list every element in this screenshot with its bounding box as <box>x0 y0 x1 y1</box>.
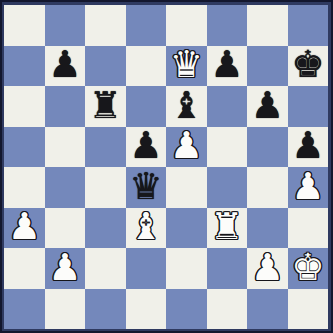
square-g4[interactable] <box>247 167 288 208</box>
square-d6[interactable] <box>126 86 167 127</box>
square-g3[interactable] <box>247 208 288 249</box>
square-a3[interactable]: ♟ <box>4 208 45 249</box>
square-a4[interactable] <box>4 167 45 208</box>
square-c8[interactable] <box>85 5 126 46</box>
square-h2[interactable]: ♚ <box>288 248 329 289</box>
black-bishop[interactable]: ♝ <box>170 87 203 124</box>
square-b2[interactable]: ♟ <box>45 248 86 289</box>
square-f8[interactable] <box>207 5 248 46</box>
square-d1[interactable] <box>126 289 167 330</box>
square-f2[interactable] <box>207 248 248 289</box>
square-a7[interactable] <box>4 46 45 87</box>
black-pawn[interactable]: ♟ <box>129 127 162 164</box>
black-queen[interactable]: ♛ <box>129 168 162 205</box>
white-king[interactable]: ♚ <box>291 249 324 286</box>
square-e1[interactable] <box>166 289 207 330</box>
square-d5[interactable]: ♟ <box>126 127 167 168</box>
square-e2[interactable] <box>166 248 207 289</box>
square-e7[interactable]: ♛ <box>166 46 207 87</box>
square-a5[interactable] <box>4 127 45 168</box>
square-b6[interactable] <box>45 86 86 127</box>
square-g2[interactable]: ♟ <box>247 248 288 289</box>
square-d4[interactable]: ♛ <box>126 167 167 208</box>
square-b4[interactable] <box>45 167 86 208</box>
white-queen[interactable]: ♛ <box>170 46 203 83</box>
square-c4[interactable] <box>85 167 126 208</box>
square-e6[interactable]: ♝ <box>166 86 207 127</box>
white-pawn[interactable]: ♟ <box>170 127 203 164</box>
white-rook[interactable]: ♜ <box>210 208 243 245</box>
square-c3[interactable] <box>85 208 126 249</box>
square-e8[interactable] <box>166 5 207 46</box>
square-h1[interactable] <box>288 289 329 330</box>
chess-board: ♟♛♟♚♜♝♟♟♟♟♛♟♟♝♜♟♟♚ <box>4 5 328 329</box>
square-b1[interactable] <box>45 289 86 330</box>
square-g1[interactable] <box>247 289 288 330</box>
square-f5[interactable] <box>207 127 248 168</box>
square-g5[interactable] <box>247 127 288 168</box>
square-f7[interactable]: ♟ <box>207 46 248 87</box>
square-e5[interactable]: ♟ <box>166 127 207 168</box>
square-b5[interactable] <box>45 127 86 168</box>
square-a1[interactable] <box>4 289 45 330</box>
square-d7[interactable] <box>126 46 167 87</box>
square-c5[interactable] <box>85 127 126 168</box>
square-c7[interactable] <box>85 46 126 87</box>
black-pawn[interactable]: ♟ <box>210 46 243 83</box>
black-rook[interactable]: ♜ <box>89 87 122 124</box>
square-h3[interactable] <box>288 208 329 249</box>
square-b7[interactable]: ♟ <box>45 46 86 87</box>
square-h6[interactable] <box>288 86 329 127</box>
square-h4[interactable]: ♟ <box>288 167 329 208</box>
square-h5[interactable]: ♟ <box>288 127 329 168</box>
square-f6[interactable] <box>207 86 248 127</box>
black-king[interactable]: ♚ <box>291 46 324 83</box>
white-pawn[interactable]: ♟ <box>291 168 324 205</box>
white-bishop[interactable]: ♝ <box>129 208 162 245</box>
white-pawn[interactable]: ♟ <box>48 249 81 286</box>
square-f3[interactable]: ♜ <box>207 208 248 249</box>
square-g7[interactable] <box>247 46 288 87</box>
black-pawn[interactable]: ♟ <box>291 127 324 164</box>
square-h7[interactable]: ♚ <box>288 46 329 87</box>
chess-board-frame: ♟♛♟♚♜♝♟♟♟♟♛♟♟♝♜♟♟♚ <box>0 0 333 333</box>
square-f1[interactable] <box>207 289 248 330</box>
square-b3[interactable] <box>45 208 86 249</box>
square-c2[interactable] <box>85 248 126 289</box>
square-g8[interactable] <box>247 5 288 46</box>
square-d2[interactable] <box>126 248 167 289</box>
square-c1[interactable] <box>85 289 126 330</box>
square-e4[interactable] <box>166 167 207 208</box>
square-e3[interactable] <box>166 208 207 249</box>
white-pawn[interactable]: ♟ <box>8 208 41 245</box>
square-b8[interactable] <box>45 5 86 46</box>
black-pawn[interactable]: ♟ <box>251 87 284 124</box>
white-pawn[interactable]: ♟ <box>251 249 284 286</box>
square-d8[interactable] <box>126 5 167 46</box>
square-h8[interactable] <box>288 5 329 46</box>
square-c6[interactable]: ♜ <box>85 86 126 127</box>
square-g6[interactable]: ♟ <box>247 86 288 127</box>
square-a8[interactable] <box>4 5 45 46</box>
square-a2[interactable] <box>4 248 45 289</box>
square-a6[interactable] <box>4 86 45 127</box>
black-pawn[interactable]: ♟ <box>48 46 81 83</box>
square-f4[interactable] <box>207 167 248 208</box>
square-d3[interactable]: ♝ <box>126 208 167 249</box>
